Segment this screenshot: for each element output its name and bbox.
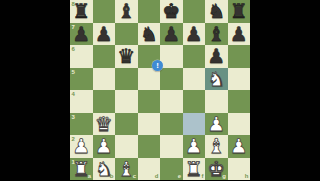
square-e5[interactable] xyxy=(160,68,183,91)
square-f1[interactable]: f♜ xyxy=(183,158,206,181)
square-c4[interactable] xyxy=(115,90,138,113)
piece-white-rook-a1[interactable]: ♜ xyxy=(70,158,93,181)
square-h3[interactable] xyxy=(228,113,251,136)
piece-black-bishop-c8[interactable]: ♝ xyxy=(115,0,138,23)
square-e2[interactable] xyxy=(160,135,183,158)
piece-white-bishop-c1[interactable]: ♝ xyxy=(115,158,138,181)
piece-white-bishop-g2[interactable]: ♝ xyxy=(205,135,228,158)
rank-label-4: 4 xyxy=(72,91,75,97)
piece-black-pawn-g6[interactable]: ♟ xyxy=(205,45,228,68)
piece-white-king-g1[interactable]: ♚ xyxy=(205,158,228,181)
great-move-badge-icon: ! xyxy=(152,60,163,71)
square-f3[interactable] xyxy=(183,113,206,136)
piece-white-queen-b3[interactable]: ♛ xyxy=(93,113,116,136)
square-d2[interactable] xyxy=(138,135,161,158)
square-b2[interactable]: ♟ xyxy=(93,135,116,158)
square-a7[interactable]: 7♟ xyxy=(70,23,93,46)
rank-label-5: 5 xyxy=(72,69,75,75)
piece-black-pawn-b7[interactable]: ♟ xyxy=(93,23,116,46)
square-h1[interactable]: h xyxy=(228,158,251,181)
piece-black-pawn-e7[interactable]: ♟ xyxy=(160,23,183,46)
square-c3[interactable] xyxy=(115,113,138,136)
square-h8[interactable]: ♜ xyxy=(228,0,251,23)
square-h4[interactable] xyxy=(228,90,251,113)
square-e3[interactable] xyxy=(160,113,183,136)
square-f6[interactable] xyxy=(183,45,206,68)
piece-white-rook-f1[interactable]: ♜ xyxy=(183,158,206,181)
square-b6[interactable] xyxy=(93,45,116,68)
square-d7[interactable]: ♞ xyxy=(138,23,161,46)
square-a6[interactable]: 6 xyxy=(70,45,93,68)
square-g4[interactable] xyxy=(205,90,228,113)
piece-black-pawn-h7[interactable]: ♟ xyxy=(228,23,251,46)
piece-black-knight-d7[interactable]: ♞ xyxy=(138,23,161,46)
square-a3[interactable]: 3 xyxy=(70,113,93,136)
square-h6[interactable] xyxy=(228,45,251,68)
piece-white-knight-b1[interactable]: ♞ xyxy=(93,158,116,181)
piece-black-bishop-g7[interactable]: ♝ xyxy=(205,23,228,46)
square-f4[interactable] xyxy=(183,90,206,113)
square-a1[interactable]: 1a♜ xyxy=(70,158,93,181)
square-c6[interactable]: ♛ xyxy=(115,45,138,68)
square-a2[interactable]: 2♟ xyxy=(70,135,93,158)
piece-black-rook-a8[interactable]: ♜ xyxy=(70,0,93,23)
square-f2[interactable]: ♟ xyxy=(183,135,206,158)
square-a8[interactable]: 8♜ xyxy=(70,0,93,23)
square-a4[interactable]: 4 xyxy=(70,90,93,113)
piece-white-pawn-g3[interactable]: ♟ xyxy=(205,113,228,136)
square-d4[interactable] xyxy=(138,90,161,113)
square-e1[interactable]: e xyxy=(160,158,183,181)
square-e7[interactable]: ♟ xyxy=(160,23,183,46)
square-e4[interactable] xyxy=(160,90,183,113)
square-d8[interactable] xyxy=(138,0,161,23)
square-c1[interactable]: c♝ xyxy=(115,158,138,181)
square-g5[interactable]: ♞ xyxy=(205,68,228,91)
square-g1[interactable]: g♚ xyxy=(205,158,228,181)
square-g2[interactable]: ♝ xyxy=(205,135,228,158)
square-b1[interactable]: b♞ xyxy=(93,158,116,181)
square-d1[interactable]: d xyxy=(138,158,161,181)
piece-black-queen-c6[interactable]: ♛ xyxy=(115,45,138,68)
piece-white-pawn-a2[interactable]: ♟ xyxy=(70,135,93,158)
piece-white-knight-g5[interactable]: ♞ xyxy=(205,68,228,91)
piece-black-king-e8[interactable]: ♚ xyxy=(160,0,183,23)
file-label-h: h xyxy=(245,173,249,179)
square-f7[interactable]: ♟ xyxy=(183,23,206,46)
chess-board: 8♜♝♚♞♜7♟♟♞♟♟♝♟6♛♟5♞43♛♟2♟♟♟♝♟1a♜b♞c♝def♜… xyxy=(70,0,250,180)
square-g3[interactable]: ♟ xyxy=(205,113,228,136)
file-label-e: e xyxy=(178,173,181,179)
square-c2[interactable] xyxy=(115,135,138,158)
square-a5[interactable]: 5 xyxy=(70,68,93,91)
square-g7[interactable]: ♝ xyxy=(205,23,228,46)
piece-white-pawn-b2[interactable]: ♟ xyxy=(93,135,116,158)
square-b7[interactable]: ♟ xyxy=(93,23,116,46)
square-g8[interactable]: ♞ xyxy=(205,0,228,23)
square-c8[interactable]: ♝ xyxy=(115,0,138,23)
square-g6[interactable]: ♟ xyxy=(205,45,228,68)
piece-black-pawn-f7[interactable]: ♟ xyxy=(183,23,206,46)
piece-black-pawn-a7[interactable]: ♟ xyxy=(70,23,93,46)
rank-label-3: 3 xyxy=(72,114,75,120)
square-b3[interactable]: ♛ xyxy=(93,113,116,136)
square-c7[interactable] xyxy=(115,23,138,46)
square-f5[interactable] xyxy=(183,68,206,91)
square-h7[interactable]: ♟ xyxy=(228,23,251,46)
rank-label-6: 6 xyxy=(72,46,75,52)
piece-black-rook-h8[interactable]: ♜ xyxy=(228,0,251,23)
letterbox-right xyxy=(250,0,320,180)
square-d3[interactable] xyxy=(138,113,161,136)
square-b4[interactable] xyxy=(93,90,116,113)
chess-app-viewport: 8♜♝♚♞♜7♟♟♞♟♟♝♟6♛♟5♞43♛♟2♟♟♟♝♟1a♜b♞c♝def♜… xyxy=(0,0,320,180)
piece-white-pawn-h2[interactable]: ♟ xyxy=(228,135,251,158)
square-f8[interactable] xyxy=(183,0,206,23)
square-c5[interactable] xyxy=(115,68,138,91)
square-b5[interactable] xyxy=(93,68,116,91)
piece-white-pawn-f2[interactable]: ♟ xyxy=(183,135,206,158)
piece-black-knight-g8[interactable]: ♞ xyxy=(205,0,228,23)
file-label-d: d xyxy=(155,173,159,179)
square-h5[interactable] xyxy=(228,68,251,91)
square-e6[interactable] xyxy=(160,45,183,68)
square-b8[interactable] xyxy=(93,0,116,23)
square-h2[interactable]: ♟ xyxy=(228,135,251,158)
square-e8[interactable]: ♚ xyxy=(160,0,183,23)
letterbox-left xyxy=(0,0,70,180)
